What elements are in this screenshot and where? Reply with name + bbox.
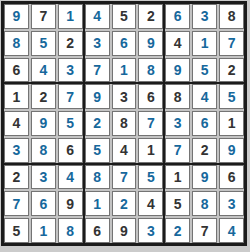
box-2-1: 127495386 [4, 84, 83, 162]
cell-r4c1[interactable]: 1 [4, 84, 29, 109]
cell-r2c2[interactable]: 5 [31, 31, 56, 56]
cell-r8c8[interactable]: 8 [192, 191, 217, 216]
cell-r4c3[interactable]: 7 [58, 84, 83, 109]
cell-r3c3[interactable]: 3 [58, 58, 83, 83]
cell-r9c5[interactable]: 9 [112, 218, 137, 243]
cell-r5c8[interactable]: 6 [192, 111, 217, 136]
cell-r5c5[interactable]: 8 [112, 111, 137, 136]
cell-r4c7[interactable]: 8 [165, 84, 190, 109]
cell-r7c9[interactable]: 6 [219, 165, 244, 190]
box-3-2: 875124693 [85, 165, 164, 243]
cell-r8c5[interactable]: 2 [112, 191, 137, 216]
box-1-2: 452369718 [85, 4, 164, 82]
cell-r9c3[interactable]: 8 [58, 218, 83, 243]
cell-r2c8[interactable]: 1 [192, 31, 217, 56]
cell-r6c6[interactable]: 1 [138, 138, 163, 163]
cell-r3c2[interactable]: 4 [31, 58, 56, 83]
cell-r3c9[interactable]: 2 [219, 58, 244, 83]
cell-r3c6[interactable]: 8 [138, 58, 163, 83]
cell-r1c4[interactable]: 4 [85, 4, 110, 29]
cell-r2c1[interactable]: 8 [4, 31, 29, 56]
cell-r4c4[interactable]: 9 [85, 84, 110, 109]
cell-r5c6[interactable]: 7 [138, 111, 163, 136]
cell-r6c3[interactable]: 6 [58, 138, 83, 163]
cell-r1c7[interactable]: 6 [165, 4, 190, 29]
cell-r3c1[interactable]: 6 [4, 58, 29, 83]
cell-r1c1[interactable]: 9 [4, 4, 29, 29]
cell-r9c8[interactable]: 7 [192, 218, 217, 243]
cell-r1c8[interactable]: 3 [192, 4, 217, 29]
cell-r7c1[interactable]: 2 [4, 165, 29, 190]
cell-r1c5[interactable]: 5 [112, 4, 137, 29]
cell-r1c6[interactable]: 2 [138, 4, 163, 29]
cell-r4c5[interactable]: 3 [112, 84, 137, 109]
cell-r1c2[interactable]: 7 [31, 4, 56, 29]
cell-r3c5[interactable]: 1 [112, 58, 137, 83]
cell-r9c2[interactable]: 1 [31, 218, 56, 243]
cell-r5c7[interactable]: 3 [165, 111, 190, 136]
cell-r6c8[interactable]: 2 [192, 138, 217, 163]
cell-r4c8[interactable]: 4 [192, 84, 217, 109]
cell-r9c1[interactable]: 5 [4, 218, 29, 243]
cell-r7c7[interactable]: 1 [165, 165, 190, 190]
cell-r9c6[interactable]: 3 [138, 218, 163, 243]
sudoku-board: 9718526434523697186384179521274953869362… [1, 1, 247, 246]
cell-r8c1[interactable]: 7 [4, 191, 29, 216]
cell-r8c9[interactable]: 3 [219, 191, 244, 216]
cell-r6c2[interactable]: 8 [31, 138, 56, 163]
cell-r5c3[interactable]: 5 [58, 111, 83, 136]
cell-r2c4[interactable]: 3 [85, 31, 110, 56]
box-1-3: 638417952 [165, 4, 244, 82]
cell-r7c8[interactable]: 9 [192, 165, 217, 190]
cell-r2c5[interactable]: 6 [112, 31, 137, 56]
cell-r6c5[interactable]: 4 [112, 138, 137, 163]
cell-r5c2[interactable]: 9 [31, 111, 56, 136]
cell-r9c9[interactable]: 4 [219, 218, 244, 243]
box-1-1: 971852643 [4, 4, 83, 82]
cell-r3c7[interactable]: 9 [165, 58, 190, 83]
cell-r8c4[interactable]: 1 [85, 191, 110, 216]
cell-r2c3[interactable]: 2 [58, 31, 83, 56]
cell-r7c4[interactable]: 8 [85, 165, 110, 190]
cell-r5c9[interactable]: 1 [219, 111, 244, 136]
box-2-3: 845361729 [165, 84, 244, 162]
cell-r6c4[interactable]: 5 [85, 138, 110, 163]
cell-r1c3[interactable]: 1 [58, 4, 83, 29]
cell-r4c6[interactable]: 6 [138, 84, 163, 109]
cell-r5c1[interactable]: 4 [4, 111, 29, 136]
cell-r2c9[interactable]: 7 [219, 31, 244, 56]
cell-r7c3[interactable]: 4 [58, 165, 83, 190]
cell-r1c9[interactable]: 8 [219, 4, 244, 29]
cell-r4c9[interactable]: 5 [219, 84, 244, 109]
cell-r9c4[interactable]: 6 [85, 218, 110, 243]
box-2-2: 936287541 [85, 84, 164, 162]
cell-r3c8[interactable]: 5 [192, 58, 217, 83]
box-3-1: 234769518 [4, 165, 83, 243]
cell-r7c5[interactable]: 7 [112, 165, 137, 190]
cell-r7c6[interactable]: 5 [138, 165, 163, 190]
cell-r7c2[interactable]: 3 [31, 165, 56, 190]
cell-r2c6[interactable]: 9 [138, 31, 163, 56]
cell-r2c7[interactable]: 4 [165, 31, 190, 56]
cell-r4c2[interactable]: 2 [31, 84, 56, 109]
cell-r8c6[interactable]: 4 [138, 191, 163, 216]
cell-r8c7[interactable]: 5 [165, 191, 190, 216]
cell-r8c2[interactable]: 6 [31, 191, 56, 216]
cell-r9c7[interactable]: 2 [165, 218, 190, 243]
cell-r3c4[interactable]: 7 [85, 58, 110, 83]
cell-r6c7[interactable]: 7 [165, 138, 190, 163]
cell-r5c4[interactable]: 2 [85, 111, 110, 136]
cell-r6c9[interactable]: 9 [219, 138, 244, 163]
cell-r6c1[interactable]: 3 [4, 138, 29, 163]
cell-r8c3[interactable]: 9 [58, 191, 83, 216]
box-3-3: 196583274 [165, 165, 244, 243]
